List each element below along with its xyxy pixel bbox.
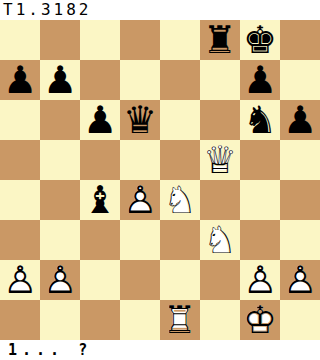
square-e2[interactable] [160, 260, 200, 300]
square-f1[interactable] [200, 300, 240, 340]
square-b7[interactable]: ♟ [40, 60, 80, 100]
square-g4[interactable] [240, 180, 280, 220]
square-b8[interactable] [40, 20, 80, 60]
white-pawn-fill: ♟ [40, 260, 80, 300]
square-c3[interactable] [80, 220, 120, 260]
white-pawn-piece: ♙ [40, 260, 80, 300]
square-a2[interactable]: ♟♙ [0, 260, 40, 300]
square-d2[interactable] [120, 260, 160, 300]
square-b3[interactable] [40, 220, 80, 260]
white-king-piece: ♔ [240, 300, 280, 340]
square-g8[interactable]: ♚ [240, 20, 280, 60]
white-knight-piece: ♘ [160, 180, 200, 220]
square-a1[interactable] [0, 300, 40, 340]
white-knight-piece: ♘ [200, 220, 240, 260]
square-h4[interactable] [280, 180, 320, 220]
chess-puzzle-window: T1.3182 ♜♚♟♟♟♟♛♞♟♛♕♝♟♙♞♘♞♘♟♙♟♙♟♙♟♙♜♖♚♔ 1… [0, 0, 320, 360]
square-c7[interactable] [80, 60, 120, 100]
square-c8[interactable] [80, 20, 120, 60]
square-d5[interactable] [120, 140, 160, 180]
white-pawn-fill: ♟ [0, 260, 40, 300]
square-b4[interactable] [40, 180, 80, 220]
square-f2[interactable] [200, 260, 240, 300]
square-e1[interactable]: ♜♖ [160, 300, 200, 340]
square-e8[interactable] [160, 20, 200, 60]
white-pawn-piece: ♙ [240, 260, 280, 300]
square-f6[interactable] [200, 100, 240, 140]
black-pawn-piece: ♟ [240, 60, 280, 100]
square-c4[interactable]: ♝ [80, 180, 120, 220]
square-c5[interactable] [80, 140, 120, 180]
square-f7[interactable] [200, 60, 240, 100]
black-knight-piece: ♞ [240, 100, 280, 140]
white-knight-fill: ♞ [160, 180, 200, 220]
black-pawn-piece: ♟ [80, 100, 120, 140]
square-g7[interactable]: ♟ [240, 60, 280, 100]
square-d6[interactable]: ♛ [120, 100, 160, 140]
square-f4[interactable] [200, 180, 240, 220]
chess-board: ♜♚♟♟♟♟♛♞♟♛♕♝♟♙♞♘♞♘♟♙♟♙♟♙♟♙♜♖♚♔ [0, 20, 320, 340]
square-g2[interactable]: ♟♙ [240, 260, 280, 300]
square-d4[interactable]: ♟♙ [120, 180, 160, 220]
square-d1[interactable] [120, 300, 160, 340]
square-g6[interactable]: ♞ [240, 100, 280, 140]
square-h2[interactable]: ♟♙ [280, 260, 320, 300]
black-bishop-piece: ♝ [80, 180, 120, 220]
square-b1[interactable] [40, 300, 80, 340]
white-pawn-fill: ♟ [240, 260, 280, 300]
square-e3[interactable] [160, 220, 200, 260]
square-a8[interactable] [0, 20, 40, 60]
square-g3[interactable] [240, 220, 280, 260]
black-pawn-piece: ♟ [40, 60, 80, 100]
square-a3[interactable] [0, 220, 40, 260]
square-f8[interactable]: ♜ [200, 20, 240, 60]
square-c6[interactable]: ♟ [80, 100, 120, 140]
white-pawn-piece: ♙ [120, 180, 160, 220]
square-b6[interactable] [40, 100, 80, 140]
black-king-piece: ♚ [240, 20, 280, 60]
square-h1[interactable] [280, 300, 320, 340]
square-h3[interactable] [280, 220, 320, 260]
square-e6[interactable] [160, 100, 200, 140]
move-prompt: 1... ? [0, 340, 320, 360]
white-knight-fill: ♞ [200, 220, 240, 260]
square-d7[interactable] [120, 60, 160, 100]
white-queen-fill: ♛ [200, 140, 240, 180]
black-pawn-piece: ♟ [280, 100, 320, 140]
square-e7[interactable] [160, 60, 200, 100]
black-queen-piece: ♛ [120, 100, 160, 140]
square-d3[interactable] [120, 220, 160, 260]
square-f5[interactable]: ♛♕ [200, 140, 240, 180]
square-h6[interactable]: ♟ [280, 100, 320, 140]
square-b5[interactable] [40, 140, 80, 180]
square-h8[interactable] [280, 20, 320, 60]
black-pawn-piece: ♟ [0, 60, 40, 100]
square-f3[interactable]: ♞♘ [200, 220, 240, 260]
square-c1[interactable] [80, 300, 120, 340]
white-rook-piece: ♖ [160, 300, 200, 340]
square-a7[interactable]: ♟ [0, 60, 40, 100]
black-rook-piece: ♜ [200, 20, 240, 60]
white-pawn-piece: ♙ [0, 260, 40, 300]
puzzle-title: T1.3182 [0, 0, 320, 20]
square-h5[interactable] [280, 140, 320, 180]
square-e4[interactable]: ♞♘ [160, 180, 200, 220]
white-pawn-piece: ♙ [280, 260, 320, 300]
square-e5[interactable] [160, 140, 200, 180]
square-a6[interactable] [0, 100, 40, 140]
white-rook-fill: ♜ [160, 300, 200, 340]
square-a4[interactable] [0, 180, 40, 220]
square-g5[interactable] [240, 140, 280, 180]
white-pawn-fill: ♟ [280, 260, 320, 300]
square-g1[interactable]: ♚♔ [240, 300, 280, 340]
square-h7[interactable] [280, 60, 320, 100]
square-b2[interactable]: ♟♙ [40, 260, 80, 300]
square-d8[interactable] [120, 20, 160, 60]
white-king-fill: ♚ [240, 300, 280, 340]
white-pawn-fill: ♟ [120, 180, 160, 220]
white-queen-piece: ♕ [200, 140, 240, 180]
square-c2[interactable] [80, 260, 120, 300]
square-a5[interactable] [0, 140, 40, 180]
